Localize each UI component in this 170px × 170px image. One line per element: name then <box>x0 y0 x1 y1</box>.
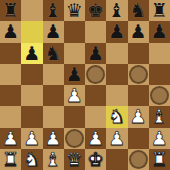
square-b4[interactable] <box>21 85 42 106</box>
piece-black-queen[interactable]: ♛ <box>66 1 83 20</box>
square-e4[interactable] <box>85 85 106 106</box>
piece-black-pawn[interactable]: ♟ <box>108 22 125 41</box>
square-f2[interactable]: ♟ <box>106 128 127 149</box>
square-e3[interactable] <box>85 106 106 127</box>
piece-white-pawn[interactable]: ♟ <box>130 107 147 126</box>
square-g8[interactable]: ♞ <box>128 0 149 21</box>
piece-white-pawn[interactable]: ♟ <box>108 128 125 147</box>
square-g3[interactable]: ♟ <box>128 106 149 127</box>
square-d8[interactable]: ♛ <box>64 0 85 21</box>
piece-black-knight[interactable]: ♞ <box>130 1 147 20</box>
square-h3[interactable]: ♝ <box>149 106 170 127</box>
square-f4[interactable] <box>106 85 127 106</box>
square-h7[interactable]: ♟ <box>149 21 170 42</box>
piece-black-pawn[interactable]: ♟ <box>87 43 104 62</box>
square-a4[interactable] <box>0 85 21 106</box>
square-a6[interactable] <box>0 43 21 64</box>
square-c8[interactable]: ♝ <box>43 0 64 21</box>
square-h1[interactable]: ♜ <box>149 149 170 170</box>
square-c7[interactable]: ♟ <box>43 21 64 42</box>
piece-white-pawn[interactable]: ♟ <box>45 128 62 147</box>
square-a8[interactable]: ♜ <box>0 0 21 21</box>
square-g6[interactable] <box>128 43 149 64</box>
piece-white-pawn[interactable]: ♟ <box>23 128 40 147</box>
piece-black-pawn[interactable]: ♟ <box>130 22 147 41</box>
square-f1[interactable] <box>106 149 127 170</box>
piece-black-knight[interactable]: ♞ <box>45 43 62 62</box>
piece-white-knight[interactable]: ♞ <box>108 107 125 126</box>
piece-black-pawn[interactable]: ♟ <box>66 64 83 83</box>
piece-white-pawn[interactable]: ♟ <box>66 86 83 105</box>
square-e7[interactable] <box>85 21 106 42</box>
piece-white-pawn[interactable]: ♟ <box>2 128 19 147</box>
legal-move-hint-icon[interactable] <box>129 150 148 169</box>
piece-black-rook[interactable]: ♜ <box>151 1 168 20</box>
square-d3[interactable] <box>64 106 85 127</box>
piece-black-pawn[interactable]: ♟ <box>151 22 168 41</box>
square-d2[interactable] <box>64 128 85 149</box>
square-h5[interactable] <box>149 64 170 85</box>
piece-black-bishop[interactable]: ♝ <box>108 1 125 20</box>
square-b3[interactable] <box>21 106 42 127</box>
square-d1[interactable]: ♛ <box>64 149 85 170</box>
square-g4[interactable] <box>128 85 149 106</box>
square-c2[interactable]: ♟ <box>43 128 64 149</box>
square-a3[interactable] <box>0 106 21 127</box>
square-h4[interactable] <box>149 85 170 106</box>
square-c6[interactable]: ♞ <box>43 43 64 64</box>
legal-move-hint-icon[interactable] <box>129 65 148 84</box>
square-h8[interactable]: ♜ <box>149 0 170 21</box>
square-e1[interactable]: ♚ <box>85 149 106 170</box>
square-f6[interactable] <box>106 43 127 64</box>
square-d7[interactable] <box>64 21 85 42</box>
square-e5[interactable] <box>85 64 106 85</box>
square-h6[interactable] <box>149 43 170 64</box>
piece-white-queen[interactable]: ♛ <box>66 149 83 168</box>
square-e6[interactable]: ♟ <box>85 43 106 64</box>
square-b1[interactable]: ♞ <box>21 149 42 170</box>
piece-white-knight[interactable]: ♞ <box>23 149 40 168</box>
piece-black-bishop[interactable]: ♝ <box>45 1 62 20</box>
piece-black-pawn[interactable]: ♟ <box>45 22 62 41</box>
piece-white-pawn[interactable]: ♟ <box>87 128 104 147</box>
square-f8[interactable]: ♝ <box>106 0 127 21</box>
square-b2[interactable]: ♟ <box>21 128 42 149</box>
piece-white-pawn[interactable]: ♟ <box>151 128 168 147</box>
square-b8[interactable] <box>21 0 42 21</box>
square-g2[interactable] <box>128 128 149 149</box>
square-a5[interactable] <box>0 64 21 85</box>
square-c5[interactable] <box>43 64 64 85</box>
legal-move-hint-icon[interactable] <box>86 65 105 84</box>
piece-white-king[interactable]: ♚ <box>87 149 104 168</box>
piece-black-rook[interactable]: ♜ <box>2 1 19 20</box>
square-c1[interactable]: ♝ <box>43 149 64 170</box>
piece-white-bishop[interactable]: ♝ <box>151 107 168 126</box>
square-g7[interactable]: ♟ <box>128 21 149 42</box>
square-f3[interactable]: ♞ <box>106 106 127 127</box>
legal-move-hint-icon[interactable] <box>65 129 84 148</box>
chess-board: ♜♝♛♚♝♞♜♟♟♟♟♟♟♞♟♟♟♞♟♝♟♟♟♟♟♟♜♞♝♛♚♜ <box>0 0 170 170</box>
square-g1[interactable] <box>128 149 149 170</box>
square-a2[interactable]: ♟ <box>0 128 21 149</box>
square-e2[interactable]: ♟ <box>85 128 106 149</box>
square-e8[interactable]: ♚ <box>85 0 106 21</box>
legal-move-hint-icon[interactable] <box>150 86 169 105</box>
square-c3[interactable] <box>43 106 64 127</box>
square-d4[interactable]: ♟ <box>64 85 85 106</box>
square-a1[interactable]: ♜ <box>0 149 21 170</box>
square-f7[interactable]: ♟ <box>106 21 127 42</box>
square-a7[interactable]: ♟ <box>0 21 21 42</box>
square-c4[interactable] <box>43 85 64 106</box>
square-b5[interactable] <box>21 64 42 85</box>
piece-white-rook[interactable]: ♜ <box>151 149 168 168</box>
piece-black-pawn[interactable]: ♟ <box>23 43 40 62</box>
piece-black-king[interactable]: ♚ <box>87 1 104 20</box>
piece-black-pawn[interactable]: ♟ <box>2 22 19 41</box>
square-h2[interactable]: ♟ <box>149 128 170 149</box>
square-b6[interactable]: ♟ <box>21 43 42 64</box>
piece-white-bishop[interactable]: ♝ <box>45 149 62 168</box>
square-g5[interactable] <box>128 64 149 85</box>
piece-white-rook[interactable]: ♜ <box>2 149 19 168</box>
square-b7[interactable] <box>21 21 42 42</box>
square-d5[interactable]: ♟ <box>64 64 85 85</box>
square-f5[interactable] <box>106 64 127 85</box>
square-d6[interactable] <box>64 43 85 64</box>
